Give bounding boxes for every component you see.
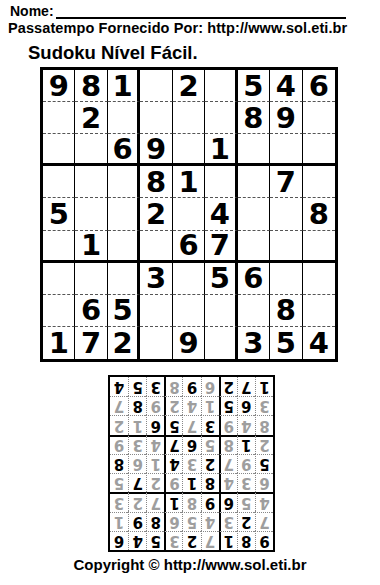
puzzle-cell-r6c4[interactable] [140, 231, 172, 263]
puzzle-cell-r6c3[interactable] [108, 231, 140, 263]
puzzle-cell-r8c3: 5 [108, 295, 140, 327]
puzzle-cell-r1c9: 6 [303, 70, 335, 102]
puzzle-cell-r8c7[interactable] [238, 295, 270, 327]
solution-cell-r6c2: 1 [237, 435, 255, 454]
solution-cell-r5c1: 5 [255, 454, 273, 473]
solution-cell-r7c7: 6 [146, 415, 164, 434]
solution-cell-r7c9: 2 [110, 415, 128, 434]
puzzle-cell-r6c8[interactable] [270, 231, 302, 263]
solution-cell-r4c2: 3 [237, 473, 255, 492]
solution-cell-r6c9: 9 [110, 435, 128, 454]
solution-cell-r1c7: 5 [146, 531, 164, 550]
puzzle-cell-r7c3[interactable] [108, 263, 140, 295]
name-label: Nome: [10, 3, 54, 19]
solution-cell-r5c9: 8 [110, 454, 128, 473]
puzzle-cell-r9c9: 4 [303, 327, 335, 359]
solution-cell-r7c6: 5 [164, 415, 182, 434]
puzzle-cell-r6c1[interactable] [43, 231, 75, 263]
solution-cell-r8c7: 9 [146, 396, 164, 415]
puzzle-cell-r6c9[interactable] [303, 231, 335, 263]
puzzle-cell-r9c3: 2 [108, 327, 140, 359]
solution-cell-r9c2: 7 [237, 377, 255, 396]
puzzle-cell-r5c8[interactable] [270, 198, 302, 230]
solution-cell-r2c2: 2 [237, 512, 255, 531]
solution-cell-r1c8: 4 [128, 531, 146, 550]
solution-cell-r5c7: 1 [146, 454, 164, 473]
solution-cell-r5c6: 4 [164, 454, 182, 473]
puzzle-cell-r8c4[interactable] [140, 295, 172, 327]
puzzle-cell-r1c8: 4 [270, 70, 302, 102]
solution-cell-r3c1: 4 [255, 492, 273, 511]
puzzle-cell-r1c3: 1 [108, 70, 140, 102]
solution-cell-r2c8: 9 [128, 512, 146, 531]
puzzle-cell-r9c2: 7 [75, 327, 107, 359]
solution-cell-r8c4: 1 [201, 396, 219, 415]
puzzle-cell-r3c1[interactable] [43, 134, 75, 166]
solution-cell-r6c6: 7 [164, 435, 182, 454]
puzzle-cell-r7c1[interactable] [43, 263, 75, 295]
solution-cell-r9c9: 4 [110, 377, 128, 396]
solution-cell-r5c8: 6 [128, 454, 146, 473]
puzzle-cell-r5c4: 2 [140, 198, 172, 230]
provider-text: Passatempo Fornecido Por: http://www.sol… [8, 20, 347, 36]
puzzle-cell-r2c9[interactable] [303, 102, 335, 134]
solution-cell-r3c2: 5 [237, 492, 255, 511]
solution-cell-r4c3: 4 [219, 473, 237, 492]
puzzle-cell-r7c5[interactable] [173, 263, 205, 295]
solution-cell-r2c4: 4 [201, 512, 219, 531]
solution-cell-r9c1: 1 [255, 377, 273, 396]
solution-cell-r2c1: 7 [255, 512, 273, 531]
solution-cell-r1c2: 8 [237, 531, 255, 550]
puzzle-cell-r1c6[interactable] [205, 70, 237, 102]
main-grid: 981254628969181752481673566581729354 [40, 67, 338, 362]
solution-cell-r9c7: 3 [146, 377, 164, 396]
puzzle-cell-r3c4: 9 [140, 134, 172, 166]
puzzle-cell-r5c6: 4 [205, 198, 237, 230]
puzzle-cell-r3c2[interactable] [75, 134, 107, 166]
name-row: Nome: [10, 2, 346, 19]
solution-cell-r1c6: 3 [164, 531, 182, 550]
solution-cell-r6c4: 5 [201, 435, 219, 454]
puzzle-cell-r2c7: 8 [238, 102, 270, 134]
puzzle-cell-r2c1[interactable] [43, 102, 75, 134]
solution-cell-r9c3: 2 [219, 377, 237, 396]
solution-cell-r8c8: 8 [128, 396, 146, 415]
solution-cell-r6c1: 2 [255, 435, 273, 454]
solution-cell-r1c4: 7 [201, 531, 219, 550]
puzzle-cell-r4c2[interactable] [75, 166, 107, 198]
solution-cell-r1c9: 6 [110, 531, 128, 550]
puzzle-cell-r7c4: 3 [140, 263, 172, 295]
puzzle-cell-r9c7: 3 [238, 327, 270, 359]
puzzle-cell-r2c4[interactable] [140, 102, 172, 134]
solution-cell-r2c7: 8 [146, 512, 164, 531]
solution-cell-r9c5: 9 [182, 377, 200, 396]
solution-cell-r6c7: 4 [146, 435, 164, 454]
solution-cell-r4c7: 2 [146, 473, 164, 492]
solution-cell-r1c3: 1 [219, 531, 237, 550]
solution-cell-r9c8: 5 [128, 377, 146, 396]
solution-cell-r3c3: 6 [219, 492, 237, 511]
puzzle-cell-r5c2[interactable] [75, 198, 107, 230]
solution-cell-r8c6: 2 [164, 396, 182, 415]
puzzle-cell-r2c3[interactable] [108, 102, 140, 134]
solution-cell-r9c6: 8 [164, 377, 182, 396]
puzzle-cell-r4c1[interactable] [43, 166, 75, 198]
solution-cell-r8c5: 4 [182, 396, 200, 415]
puzzle-cell-r9c4[interactable] [140, 327, 172, 359]
puzzle-cell-r8c8: 8 [270, 295, 302, 327]
solution-cell-r2c5: 5 [182, 512, 200, 531]
copyright-text: Copyright © http://www.sol.eti.br [0, 556, 380, 573]
puzzle-cell-r7c7: 6 [238, 263, 270, 295]
puzzle-cell-r9c5: 9 [173, 327, 205, 359]
puzzle-cell-r8c1[interactable] [43, 295, 75, 327]
puzzle-cell-r1c1: 9 [43, 70, 75, 102]
puzzle-cell-r6c7[interactable] [238, 231, 270, 263]
solution-cell-r4c9: 5 [110, 473, 128, 492]
solution-cell-r2c9: 1 [110, 512, 128, 531]
puzzle-cell-r5c5[interactable] [173, 198, 205, 230]
solution-cell-r2c3: 3 [219, 512, 237, 531]
solution-cell-r3c6: 1 [164, 492, 182, 511]
puzzle-cell-r3c7[interactable] [238, 134, 270, 166]
puzzle-cell-r6c5: 6 [173, 231, 205, 263]
puzzle-cell-r7c2[interactable] [75, 263, 107, 295]
solution-cell-r8c3: 5 [219, 396, 237, 415]
puzzle-cell-r7c9[interactable] [303, 263, 335, 295]
solution-cell-r7c5: 7 [182, 415, 200, 434]
solution-cell-r3c5: 8 [182, 492, 200, 511]
solution-cell-r5c5: 3 [182, 454, 200, 473]
puzzle-cell-r3c5[interactable] [173, 134, 205, 166]
solution-cell-r5c2: 9 [237, 454, 255, 473]
solution-cell-r4c5: 1 [182, 473, 200, 492]
solution-cell-r3c8: 2 [128, 492, 146, 511]
solution-cell-r3c4: 9 [201, 492, 219, 511]
solution-cell-r6c3: 8 [219, 435, 237, 454]
solution-cell-r6c8: 3 [128, 435, 146, 454]
puzzle-cell-r9c6[interactable] [205, 327, 237, 359]
puzzle-cell-r4c5: 1 [173, 166, 205, 198]
puzzle-cell-r2c6[interactable] [205, 102, 237, 134]
puzzle-cell-r3c3: 6 [108, 134, 140, 166]
solution-cell-r8c2: 6 [237, 396, 255, 415]
solution-cell-r5c3: 7 [219, 454, 237, 473]
solution-cell-r7c1: 8 [255, 415, 273, 434]
puzzle-cell-r4c9[interactable] [303, 166, 335, 198]
name-underline[interactable] [56, 2, 346, 19]
puzzle-cell-r4c3[interactable] [108, 166, 140, 198]
puzzle-cell-r2c2: 2 [75, 102, 107, 134]
solution-cell-r4c1: 6 [255, 473, 273, 492]
puzzle-cell-r8c5[interactable] [173, 295, 205, 327]
solution-cell-r9c4: 6 [201, 377, 219, 396]
puzzle-cell-r4c4: 8 [140, 166, 172, 198]
solution-cell-r3c7: 7 [146, 492, 164, 511]
solution-cell-r1c5: 2 [182, 531, 200, 550]
page-title: Sudoku Nível Fácil. [28, 42, 198, 64]
page: Nome: Passatempo Fornecido Por: http://w… [0, 0, 380, 585]
solution-cell-r3c9: 3 [110, 492, 128, 511]
puzzle-cell-r6c2: 1 [75, 231, 107, 263]
puzzle-cell-r9c8: 5 [270, 327, 302, 359]
puzzle-cell-r1c7: 5 [238, 70, 270, 102]
puzzle-cell-r2c8: 9 [270, 102, 302, 134]
solution-cell-r4c8: 7 [128, 473, 146, 492]
puzzle-cell-r5c9: 8 [303, 198, 335, 230]
puzzle-cell-r4c7[interactable] [238, 166, 270, 198]
puzzle-cell-r1c5: 2 [173, 70, 205, 102]
puzzle-cell-r1c2: 8 [75, 70, 107, 102]
puzzle-cell-r1c4[interactable] [140, 70, 172, 102]
solution-cell-r2c6: 6 [164, 512, 182, 531]
puzzle-cell-r2c5[interactable] [173, 102, 205, 134]
puzzle-cell-r5c1: 5 [43, 198, 75, 230]
solution-cell-r5c4: 2 [201, 454, 219, 473]
puzzle-cell-r8c6[interactable] [205, 295, 237, 327]
puzzle-cell-r8c2: 6 [75, 295, 107, 327]
puzzle-cell-r6c6: 7 [205, 231, 237, 263]
puzzle-cell-r5c3[interactable] [108, 198, 140, 230]
solution-cell-r1c1: 9 [255, 531, 273, 550]
puzzle-cell-r7c6: 5 [205, 263, 237, 295]
puzzle-cell-r3c9[interactable] [303, 134, 335, 166]
puzzle-cell-r3c6: 1 [205, 134, 237, 166]
puzzle-cell-r7c8[interactable] [270, 263, 302, 295]
solution-cell-r7c8: 1 [128, 415, 146, 434]
puzzle-cell-r9c1: 1 [43, 327, 75, 359]
puzzle-cell-r5c7[interactable] [238, 198, 270, 230]
solution-grid: 9817235467234568914569817236348192755972… [108, 375, 275, 552]
solution-cell-r8c9: 7 [110, 396, 128, 415]
solution-cell-r6c5: 6 [182, 435, 200, 454]
solution-cell-r7c2: 4 [237, 415, 255, 434]
puzzle-cell-r8c9[interactable] [303, 295, 335, 327]
solution-cell-r8c1: 3 [255, 396, 273, 415]
solution-cell-r7c4: 3 [201, 415, 219, 434]
solution-cell-r4c6: 9 [164, 473, 182, 492]
solution-cell-r7c3: 9 [219, 415, 237, 434]
solution-cell-r4c4: 8 [201, 473, 219, 492]
puzzle-cell-r3c8[interactable] [270, 134, 302, 166]
puzzle-cell-r4c6[interactable] [205, 166, 237, 198]
puzzle-cell-r4c8: 7 [270, 166, 302, 198]
